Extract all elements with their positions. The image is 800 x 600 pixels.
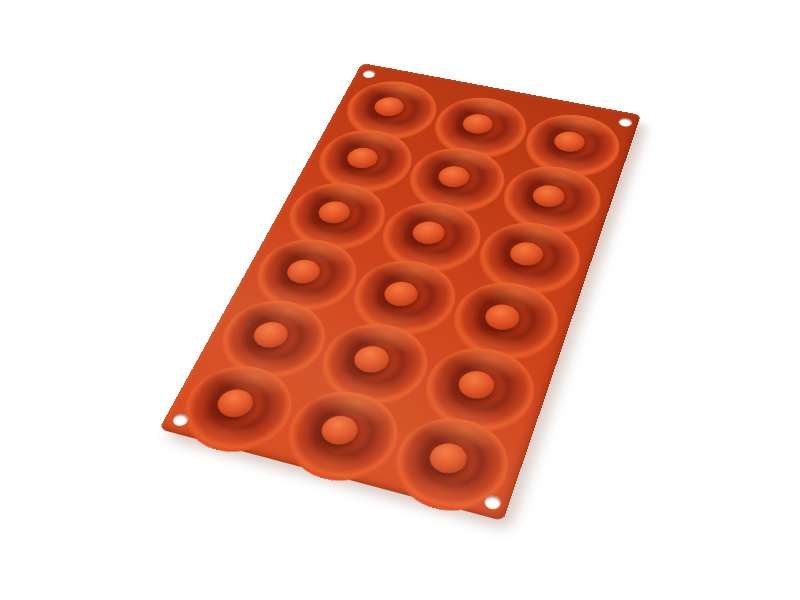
cavity-center-post	[381, 279, 423, 309]
cavity-center-post	[350, 343, 394, 376]
product-photo	[0, 0, 800, 600]
cavity-center-post	[530, 183, 568, 210]
cavity-center-post	[435, 164, 473, 190]
cavity-center-post	[344, 145, 382, 170]
cavity-center-post	[482, 301, 524, 333]
corner-hanging-hole	[361, 69, 377, 79]
cavity-center-post	[507, 240, 547, 269]
cavity-center-post	[249, 319, 293, 351]
cavity-center-post	[283, 257, 325, 286]
corner-hanging-hole	[617, 117, 633, 128]
cavity-center-post	[426, 440, 472, 477]
cavity-center-post	[212, 386, 258, 421]
cavity-center-post	[314, 199, 354, 226]
cavity-center-post	[455, 368, 499, 402]
cavity-center-post	[317, 413, 363, 449]
cavity-center-post	[551, 130, 588, 155]
cavity-center-post	[409, 219, 449, 247]
cavity-center-post	[371, 95, 408, 118]
cavity-center-post	[459, 112, 496, 136]
